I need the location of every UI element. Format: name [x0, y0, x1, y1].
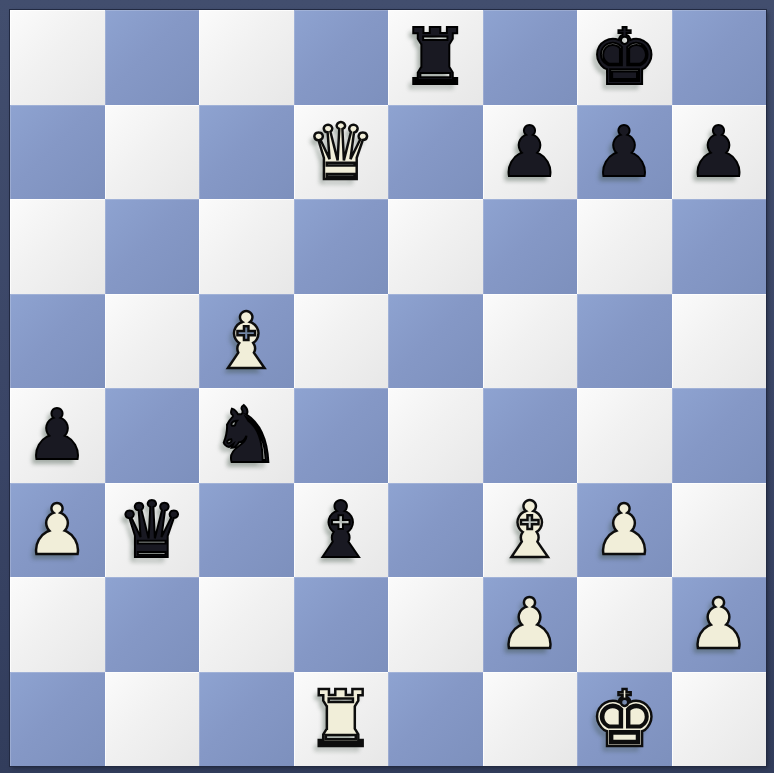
square-a2[interactable]: [10, 577, 105, 672]
square-f3[interactable]: ♝: [483, 483, 578, 578]
square-c8[interactable]: [199, 10, 294, 105]
square-h8[interactable]: [672, 10, 767, 105]
square-c4[interactable]: ♞: [199, 388, 294, 483]
square-c1[interactable]: [199, 672, 294, 767]
black-knight[interactable]: ♞: [211, 396, 281, 474]
square-d3[interactable]: ♝: [294, 483, 389, 578]
square-e4[interactable]: [388, 388, 483, 483]
black-pawn[interactable]: ♟: [26, 400, 89, 470]
square-h7[interactable]: ♟: [672, 105, 767, 200]
square-a7[interactable]: [10, 105, 105, 200]
square-c7[interactable]: [199, 105, 294, 200]
square-g1[interactable]: ♚: [577, 672, 672, 767]
white-king[interactable]: ♚: [589, 680, 659, 758]
white-bishop[interactable]: ♝: [495, 491, 565, 569]
square-g5[interactable]: [577, 294, 672, 389]
square-c3[interactable]: [199, 483, 294, 578]
square-b3[interactable]: ♛: [105, 483, 200, 578]
square-c6[interactable]: [199, 199, 294, 294]
square-d4[interactable]: [294, 388, 389, 483]
square-e5[interactable]: [388, 294, 483, 389]
white-queen[interactable]: ♛: [306, 113, 376, 191]
square-f2[interactable]: ♟: [483, 577, 578, 672]
black-pawn[interactable]: ♟: [687, 117, 750, 187]
square-h3[interactable]: [672, 483, 767, 578]
square-g8[interactable]: ♚: [577, 10, 672, 105]
white-rook[interactable]: ♜: [306, 680, 376, 758]
square-g2[interactable]: [577, 577, 672, 672]
square-e1[interactable]: [388, 672, 483, 767]
square-d1[interactable]: ♜: [294, 672, 389, 767]
square-f1[interactable]: [483, 672, 578, 767]
white-bishop[interactable]: ♝: [211, 302, 281, 380]
square-a5[interactable]: [10, 294, 105, 389]
square-e2[interactable]: [388, 577, 483, 672]
square-d7[interactable]: ♛: [294, 105, 389, 200]
square-h6[interactable]: [672, 199, 767, 294]
square-b6[interactable]: [105, 199, 200, 294]
square-d5[interactable]: [294, 294, 389, 389]
black-queen[interactable]: ♛: [117, 491, 187, 569]
square-g3[interactable]: ♟: [577, 483, 672, 578]
white-pawn[interactable]: ♟: [498, 589, 561, 659]
square-b2[interactable]: [105, 577, 200, 672]
black-pawn[interactable]: ♟: [498, 117, 561, 187]
square-c2[interactable]: [199, 577, 294, 672]
square-a1[interactable]: [10, 672, 105, 767]
square-a4[interactable]: ♟: [10, 388, 105, 483]
square-e7[interactable]: [388, 105, 483, 200]
square-h5[interactable]: [672, 294, 767, 389]
square-a6[interactable]: [10, 199, 105, 294]
square-g7[interactable]: ♟: [577, 105, 672, 200]
square-d2[interactable]: [294, 577, 389, 672]
chess-app-window: ♜♚♛♟♟♟♝♟♞♟♛♝♝♟♟♟♜♚: [0, 0, 774, 773]
square-d8[interactable]: [294, 10, 389, 105]
square-g6[interactable]: [577, 199, 672, 294]
square-b7[interactable]: [105, 105, 200, 200]
black-king[interactable]: ♚: [589, 18, 659, 96]
square-e8[interactable]: ♜: [388, 10, 483, 105]
square-f8[interactable]: [483, 10, 578, 105]
square-e3[interactable]: [388, 483, 483, 578]
chess-board: ♜♚♛♟♟♟♝♟♞♟♛♝♝♟♟♟♜♚: [10, 10, 766, 766]
square-h1[interactable]: [672, 672, 767, 767]
square-c5[interactable]: ♝: [199, 294, 294, 389]
white-pawn[interactable]: ♟: [593, 495, 656, 565]
black-pawn[interactable]: ♟: [593, 117, 656, 187]
square-f7[interactable]: ♟: [483, 105, 578, 200]
square-f6[interactable]: [483, 199, 578, 294]
white-pawn[interactable]: ♟: [26, 495, 89, 565]
white-pawn[interactable]: ♟: [687, 589, 750, 659]
square-b1[interactable]: [105, 672, 200, 767]
square-b4[interactable]: [105, 388, 200, 483]
square-f4[interactable]: [483, 388, 578, 483]
square-a8[interactable]: [10, 10, 105, 105]
square-d6[interactable]: [294, 199, 389, 294]
square-f5[interactable]: [483, 294, 578, 389]
square-b5[interactable]: [105, 294, 200, 389]
square-a3[interactable]: ♟: [10, 483, 105, 578]
square-h4[interactable]: [672, 388, 767, 483]
square-b8[interactable]: [105, 10, 200, 105]
square-g4[interactable]: [577, 388, 672, 483]
square-h2[interactable]: ♟: [672, 577, 767, 672]
square-e6[interactable]: [388, 199, 483, 294]
black-bishop[interactable]: ♝: [306, 491, 376, 569]
black-rook[interactable]: ♜: [400, 18, 470, 96]
